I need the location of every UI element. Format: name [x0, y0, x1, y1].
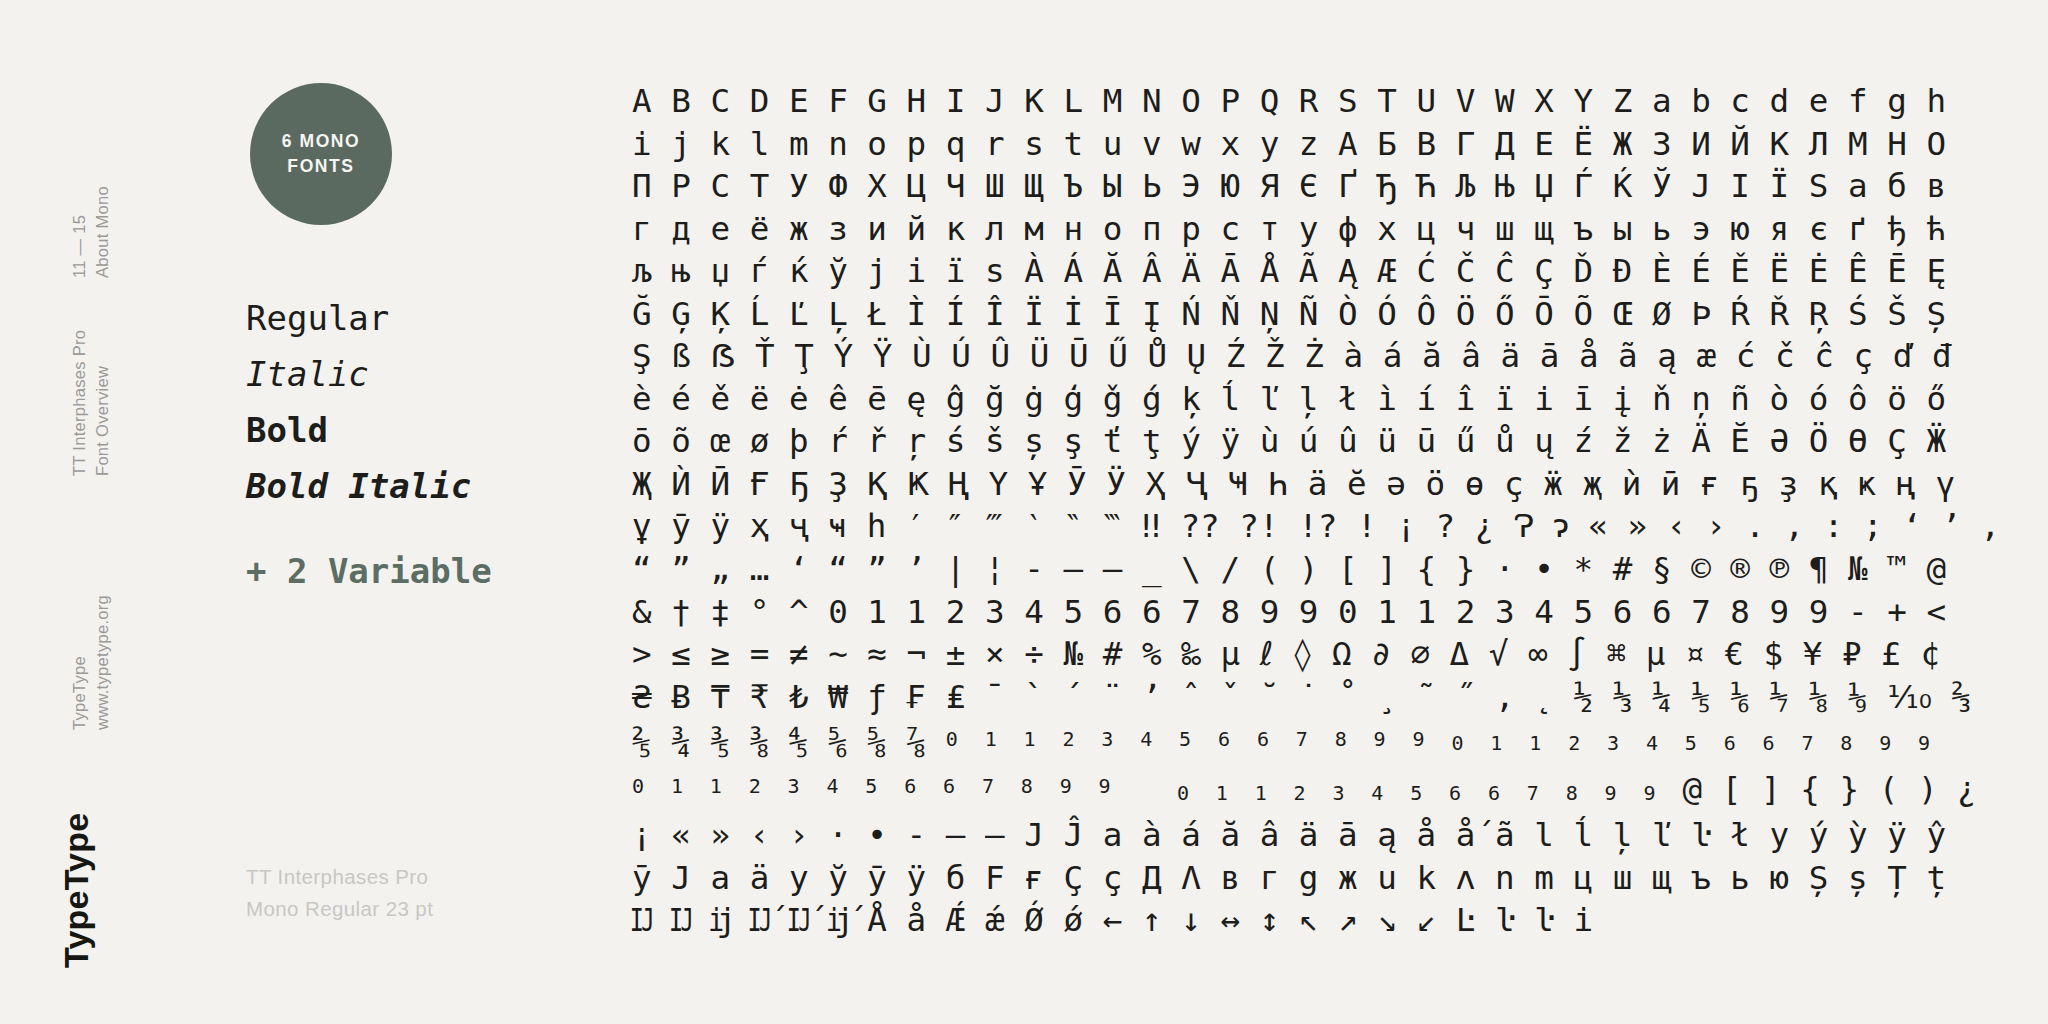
variable-fonts-note: + 2 Variable — [246, 543, 492, 599]
glyph-row: è é ě ë ė ê ē ę ĝ ğ ġ ģ ǧ ǵ ķ ĺ ľ ļ ł ì … — [632, 378, 2000, 421]
glyph-row: ȳ Ј а ӓ у ў ӯ ӱ б F ғ Ç ç Д Λ в г g ж u … — [632, 857, 2000, 900]
caption-font-name: TT Interphases Pro — [246, 861, 433, 893]
glyph-row: A B C D E F G H I J K L M N O P Q R S T … — [632, 80, 2000, 123]
logo-text: TypeType — [56, 813, 96, 968]
glyph-row: ұ ӯ ӱ ҳ ҷ ҹ һ ′ ″ ‴ ‵ ‶ ‷ ‼ ?? ?! !? ! ¡… — [632, 505, 2000, 548]
caption-style-size: Mono Regular 23 pt — [246, 893, 433, 925]
glyph-row: љ њ џ ѓ ќ ў ј і ї ѕ À Á Ă Â Ä Ā Å Ã Ą Æ … — [632, 250, 2000, 293]
glyph-row: i j k l m n o p q r s t u v w x y z А Б … — [632, 123, 2000, 166]
typetype-logo: TypeType — [56, 813, 96, 968]
badge-line-2: FONTS — [287, 154, 354, 179]
style-bold: Bold — [246, 402, 492, 458]
specimen-caption: TT Interphases Pro Mono Regular 23 pt — [246, 861, 433, 925]
font-name-label: TT Interphases Pro — [68, 330, 91, 476]
glyph-row: ⅖ ¾ ⅗ ⅜ ⅘ ⅚ ⅝ ⅞ 0 1 1 2 3 4 5 6 6 7 8 9 … — [632, 718, 2000, 765]
style-regular: Regular — [246, 290, 492, 346]
section-name: About Mono — [91, 186, 114, 278]
foundry-label: TypeType www.typetype.org — [68, 595, 114, 730]
mono-fonts-badge: 6 MONO FONTS — [250, 83, 392, 225]
style-list: Regular Italic Bold Bold Italic + 2 Vari… — [246, 290, 492, 599]
foundry-name: TypeType — [68, 595, 91, 730]
overview-label: Font Overview — [91, 330, 114, 476]
glyph-row: ō õ œ ø þ ŕ ř ŗ ś š ș ş ť ţ ý ÿ ù ú û ü … — [632, 420, 2000, 463]
style-bold-italic: Bold Italic — [246, 458, 492, 514]
foundry-url: www.typetype.org — [91, 595, 114, 730]
page-range: 11 — 15 — [68, 186, 91, 278]
glyph-row: ₴ Ƀ ₸ ₹ ₺ ₩ ƒ ₣ ₤ ¯ ` ´ ¨ ʼ ˆ ˇ ˘ ˙ ˚ ¸ … — [632, 676, 2000, 719]
glyph-row: & † ‡ ° ^ 0 1 1 2 3 4 5 6 6 7 8 9 9 0 1 … — [632, 591, 2000, 634]
glyph-row: П Р С Т У Ф Х Ц Ч Ш Щ Ъ Ы Ь Э Ю Я Є Ґ Ђ … — [632, 165, 2000, 208]
glyph-row: г д е ё ж з и й к л м н о п р с т у ф х … — [632, 208, 2000, 251]
page-number-label: 11 — 15 About Mono — [68, 186, 114, 278]
glyph-row: “ ” „ … ‘ “ ” ’ | ¦ - – — _ \ / ( ) [ ] … — [632, 548, 2000, 591]
glyph-row: Ĳ Ĳ ĳ Ĳ́ Ĳ́ ĳ́ Å å Ǽ ǽ Ǿ ǿ ← ↑ ↓ ↔ ↕ ↖ ↗… — [632, 899, 2000, 942]
style-italic: Italic — [246, 346, 492, 402]
document-label: TT Interphases Pro Font Overview — [68, 330, 114, 476]
glyph-row: 0 1 1 2 3 4 5 6 6 7 8 9 9 0 1 1 2 3 4 5 … — [632, 765, 2000, 815]
glyph-row: Ş ß ẞ Ť Ţ Ý Ÿ Ù Ú Û Ü Ū Ű Ů Ų Ź Ž Ż à á … — [632, 335, 2000, 378]
specimen-grid: A B C D E F G H I J K L M N O P Q R S T … — [632, 80, 2000, 942]
glyph-row: ¡ « » ‹ › · • - – — J Ĵ a à á ă â ä ā ą … — [632, 814, 2000, 857]
glyph-row: > ≤ ≥ = ≠ ~ ≈ ¬ ± × ÷ № # % ‰ µ ℓ ◊ Ω ∂ … — [632, 633, 2000, 676]
badge-line-1: 6 MONO — [282, 129, 361, 154]
glyph-row: Җ Ѝ Ӣ Ғ Ҕ Ҙ Қ Ҝ Ң Ү Ұ Ӯ Ӱ Ҳ Ҷ Ҹ Һ ӓ ӗ ә … — [632, 463, 2000, 506]
glyph-row: Ğ Ģ Ķ Ĺ Ľ Ļ Ł Ì Í Î Ï İ Ī Į Ń Ň Ņ Ñ Ò Ó … — [632, 293, 2000, 336]
